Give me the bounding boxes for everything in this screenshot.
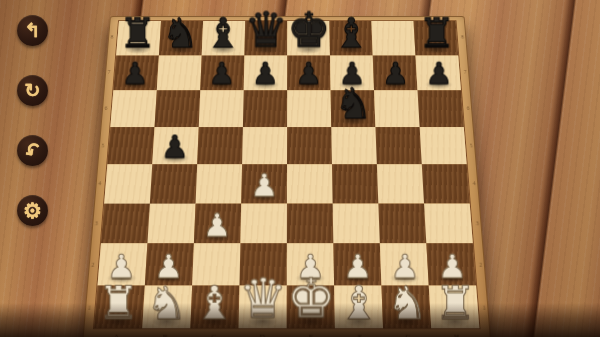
square-b7[interactable] xyxy=(157,55,202,90)
square-c6[interactable] xyxy=(199,90,244,126)
square-c1[interactable]: ♝ xyxy=(190,285,239,328)
piece-white-bishop[interactable]: ♝ xyxy=(190,280,238,326)
undo-icon: ↶ xyxy=(21,138,45,163)
piece-black-bishop[interactable]: ♝ xyxy=(330,13,373,54)
piece-white-rook[interactable]: ♜ xyxy=(94,280,142,326)
square-d3[interactable] xyxy=(240,203,287,243)
chess-board: ♜♞♝♛♚♝♜♟♟♟♟♟♟♟♞♟♟♟♟♟♟♟♟♟♜♞♝♛♚♝♞♜ xyxy=(93,20,481,329)
square-c5[interactable] xyxy=(197,127,243,165)
square-h6[interactable] xyxy=(417,90,463,126)
piece-white-king[interactable]: ♚ xyxy=(287,271,335,326)
file-label: H xyxy=(432,330,481,337)
piece-black-queen[interactable]: ♛ xyxy=(244,5,287,53)
square-a3[interactable] xyxy=(101,203,150,243)
square-g3[interactable] xyxy=(378,203,426,243)
square-d6[interactable] xyxy=(243,90,287,126)
square-g5[interactable] xyxy=(375,127,421,165)
piece-black-bishop[interactable]: ♝ xyxy=(202,13,245,54)
square-c8[interactable]: ♝ xyxy=(202,21,245,55)
piece-black-pawn[interactable]: ♟ xyxy=(113,59,156,89)
square-f5[interactable] xyxy=(331,127,377,165)
piece-white-queen[interactable]: ♛ xyxy=(239,271,287,326)
square-e1[interactable]: ♚ xyxy=(287,285,335,328)
file-label: E xyxy=(287,330,336,337)
square-g7[interactable]: ♟ xyxy=(373,55,418,90)
piece-black-pawn[interactable]: ♟ xyxy=(244,59,287,89)
piece-black-rook[interactable]: ♜ xyxy=(415,13,458,54)
square-d4[interactable]: ♟ xyxy=(241,164,287,203)
square-d1[interactable]: ♛ xyxy=(239,285,287,328)
file-label: A xyxy=(92,330,142,337)
restart-icon: ↻ xyxy=(25,81,41,100)
piece-black-king[interactable]: ♚ xyxy=(287,5,330,53)
square-a8[interactable]: ♜ xyxy=(116,21,161,55)
square-g6[interactable] xyxy=(374,90,420,126)
square-f1[interactable]: ♝ xyxy=(334,285,383,328)
gear-icon: ⚙ xyxy=(23,200,42,221)
square-g4[interactable] xyxy=(377,164,424,203)
back-arrow-icon: ↰ xyxy=(25,21,41,40)
file-labels: ABCDEFGH xyxy=(92,330,482,337)
piece-white-bishop[interactable]: ♝ xyxy=(335,280,383,326)
square-e4[interactable] xyxy=(287,164,333,203)
square-g8[interactable] xyxy=(371,21,415,55)
rank-label: 4 xyxy=(469,164,480,203)
square-e7[interactable]: ♟ xyxy=(287,55,330,90)
piece-black-pawn[interactable]: ♟ xyxy=(200,59,243,89)
square-g1[interactable]: ♞ xyxy=(381,285,431,328)
square-b4[interactable] xyxy=(150,164,197,203)
toolbar: ↰ ↻ ↶ ⚙ xyxy=(17,15,48,226)
piece-black-pawn[interactable]: ♟ xyxy=(287,59,330,89)
square-e5[interactable] xyxy=(287,127,332,165)
board-frame: 87654321 87654321 ♜♞♝♛♚♝♜♟♟♟♟♟♟♟♞♟♟♟♟♟♟♟… xyxy=(82,16,491,337)
square-e6[interactable] xyxy=(287,90,331,126)
square-f6[interactable]: ♞ xyxy=(331,90,376,126)
square-a6[interactable] xyxy=(110,90,156,126)
back-button[interactable]: ↰ xyxy=(17,15,48,46)
square-c3[interactable]: ♟ xyxy=(194,203,241,243)
square-e8[interactable]: ♚ xyxy=(287,21,330,55)
piece-black-knight[interactable]: ♞ xyxy=(331,83,375,125)
settings-button[interactable]: ⚙ xyxy=(17,195,48,226)
piece-black-pawn[interactable]: ♟ xyxy=(152,131,197,162)
piece-white-knight[interactable]: ♞ xyxy=(142,280,190,326)
square-d7[interactable]: ♟ xyxy=(244,55,288,90)
square-c4[interactable] xyxy=(196,164,243,203)
square-f8[interactable]: ♝ xyxy=(329,21,372,55)
file-label: D xyxy=(238,330,287,337)
square-f4[interactable] xyxy=(332,164,378,203)
square-h1[interactable]: ♜ xyxy=(429,285,480,328)
piece-black-knight[interactable]: ♞ xyxy=(159,13,202,54)
square-a1[interactable]: ♜ xyxy=(94,285,145,328)
rank-label: 6 xyxy=(463,90,474,127)
square-h5[interactable] xyxy=(420,127,467,165)
square-b1[interactable]: ♞ xyxy=(142,285,192,328)
square-d8[interactable]: ♛ xyxy=(244,21,287,55)
rank-label: 8 xyxy=(457,20,467,54)
square-d5[interactable] xyxy=(242,127,287,165)
square-b8[interactable]: ♞ xyxy=(159,21,203,55)
square-f3[interactable] xyxy=(333,203,380,243)
square-h4[interactable] xyxy=(422,164,470,203)
square-h7[interactable]: ♟ xyxy=(415,55,460,90)
restart-button[interactable]: ↻ xyxy=(17,75,48,106)
file-label: C xyxy=(189,330,238,337)
file-label: B xyxy=(140,330,189,337)
file-label: F xyxy=(335,330,384,337)
piece-white-rook[interactable]: ♜ xyxy=(431,280,479,326)
square-b3[interactable] xyxy=(147,203,195,243)
square-b6[interactable] xyxy=(155,90,201,126)
piece-white-knight[interactable]: ♞ xyxy=(383,280,431,326)
square-a7[interactable]: ♟ xyxy=(113,55,159,90)
square-c7[interactable]: ♟ xyxy=(200,55,244,90)
piece-black-pawn[interactable]: ♟ xyxy=(374,59,417,89)
square-a5[interactable] xyxy=(107,127,154,165)
piece-white-pawn[interactable]: ♟ xyxy=(241,170,287,201)
piece-black-pawn[interactable]: ♟ xyxy=(417,59,460,89)
square-e3[interactable] xyxy=(287,203,333,243)
square-a4[interactable] xyxy=(104,164,152,203)
undo-button[interactable]: ↶ xyxy=(17,135,48,166)
square-b5[interactable]: ♟ xyxy=(152,127,198,165)
file-label: G xyxy=(384,330,433,337)
piece-black-rook[interactable]: ♜ xyxy=(116,13,159,54)
rank-label: 5 xyxy=(466,126,477,164)
square-h3[interactable] xyxy=(424,203,473,243)
rank-label: 7 xyxy=(460,54,470,89)
square-h8[interactable]: ♜ xyxy=(413,21,458,55)
chess-board-scene: 87654321 87654321 ♜♞♝♛♚♝♜♟♟♟♟♟♟♟♞♟♟♟♟♟♟♟… xyxy=(92,0,482,337)
piece-white-pawn[interactable]: ♟ xyxy=(194,209,240,241)
